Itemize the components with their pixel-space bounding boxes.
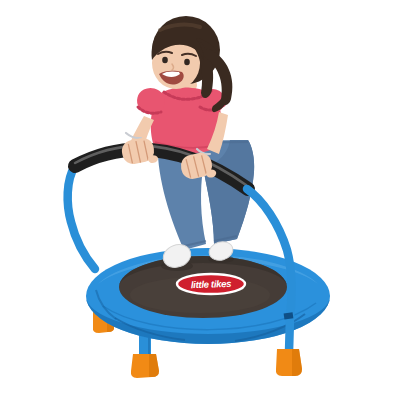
child-eye-left <box>162 57 168 63</box>
product-photo: little tikes <box>0 0 400 400</box>
pole-joint <box>284 312 294 319</box>
trampoline-scene: little tikes <box>0 0 400 400</box>
child-eye-right <box>184 59 190 65</box>
brand-logo-text: little tikes <box>191 278 232 290</box>
